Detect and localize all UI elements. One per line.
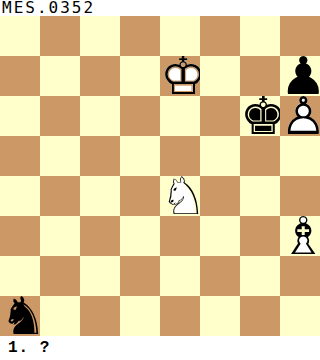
- square-a2[interactable]: [0, 256, 40, 296]
- white-knight-icon: ♘: [160, 176, 200, 216]
- square-f4[interactable]: [200, 176, 240, 216]
- square-b3[interactable]: [40, 216, 80, 256]
- square-a6[interactable]: [0, 96, 40, 136]
- square-f6[interactable]: [200, 96, 240, 136]
- white-knight-fill: ♞: [160, 176, 200, 216]
- white-pawn-fill: ♟: [280, 96, 320, 136]
- square-e4[interactable]: ♞♘: [160, 176, 200, 216]
- square-b4[interactable]: [40, 176, 80, 216]
- white-pawn-icon: ♙: [280, 96, 320, 136]
- white-king-fill: ♚: [160, 56, 200, 96]
- square-a3[interactable]: [0, 216, 40, 256]
- square-b8[interactable]: [40, 16, 80, 56]
- square-e2[interactable]: [160, 256, 200, 296]
- square-d2[interactable]: [120, 256, 160, 296]
- square-f8[interactable]: [200, 16, 240, 56]
- black-king-icon: ♚: [240, 96, 280, 136]
- square-f2[interactable]: [200, 256, 240, 296]
- square-a5[interactable]: [0, 136, 40, 176]
- square-e1[interactable]: [160, 296, 200, 336]
- square-e3[interactable]: [160, 216, 200, 256]
- square-b5[interactable]: [40, 136, 80, 176]
- square-g6[interactable]: ♚: [240, 96, 280, 136]
- square-d7[interactable]: [120, 56, 160, 96]
- square-c3[interactable]: [80, 216, 120, 256]
- move-prompt: 1. ?: [0, 336, 320, 360]
- square-b6[interactable]: [40, 96, 80, 136]
- square-g3[interactable]: [240, 216, 280, 256]
- black-knight-icon: ♞: [0, 296, 40, 336]
- square-f5[interactable]: [200, 136, 240, 176]
- square-a7[interactable]: [0, 56, 40, 96]
- square-h5[interactable]: [280, 136, 320, 176]
- square-d8[interactable]: [120, 16, 160, 56]
- square-c5[interactable]: [80, 136, 120, 176]
- square-a4[interactable]: [0, 176, 40, 216]
- square-c4[interactable]: [80, 176, 120, 216]
- square-d4[interactable]: [120, 176, 160, 216]
- square-c6[interactable]: [80, 96, 120, 136]
- square-e8[interactable]: [160, 16, 200, 56]
- square-f1[interactable]: [200, 296, 240, 336]
- square-g4[interactable]: [240, 176, 280, 216]
- square-g7[interactable]: [240, 56, 280, 96]
- white-bishop-fill: ♝: [280, 216, 320, 256]
- square-f7[interactable]: [200, 56, 240, 96]
- square-c2[interactable]: [80, 256, 120, 296]
- square-d3[interactable]: [120, 216, 160, 256]
- square-h2[interactable]: [280, 256, 320, 296]
- square-g1[interactable]: [240, 296, 280, 336]
- square-c8[interactable]: [80, 16, 120, 56]
- square-b7[interactable]: [40, 56, 80, 96]
- square-h8[interactable]: [280, 16, 320, 56]
- square-h1[interactable]: [280, 296, 320, 336]
- square-g2[interactable]: [240, 256, 280, 296]
- square-e6[interactable]: [160, 96, 200, 136]
- square-h4[interactable]: [280, 176, 320, 216]
- square-a1[interactable]: ♞: [0, 296, 40, 336]
- square-e7[interactable]: ♚♔: [160, 56, 200, 96]
- white-king-icon: ♔: [160, 56, 200, 96]
- diagram-title: MES.0352: [0, 0, 320, 16]
- square-b1[interactable]: [40, 296, 80, 336]
- square-h3[interactable]: ♝♗: [280, 216, 320, 256]
- square-h6[interactable]: ♟♙: [280, 96, 320, 136]
- square-g8[interactable]: [240, 16, 280, 56]
- square-h7[interactable]: ♟: [280, 56, 320, 96]
- square-c1[interactable]: [80, 296, 120, 336]
- square-a8[interactable]: [0, 16, 40, 56]
- chess-board: ♚♔♟♚♟♙♞♘♝♗♞: [0, 16, 320, 336]
- square-f3[interactable]: [200, 216, 240, 256]
- square-d6[interactable]: [120, 96, 160, 136]
- square-e5[interactable]: [160, 136, 200, 176]
- square-g5[interactable]: [240, 136, 280, 176]
- white-bishop-icon: ♗: [280, 216, 320, 256]
- square-d1[interactable]: [120, 296, 160, 336]
- square-b2[interactable]: [40, 256, 80, 296]
- square-c7[interactable]: [80, 56, 120, 96]
- black-pawn-icon: ♟: [280, 56, 320, 96]
- square-d5[interactable]: [120, 136, 160, 176]
